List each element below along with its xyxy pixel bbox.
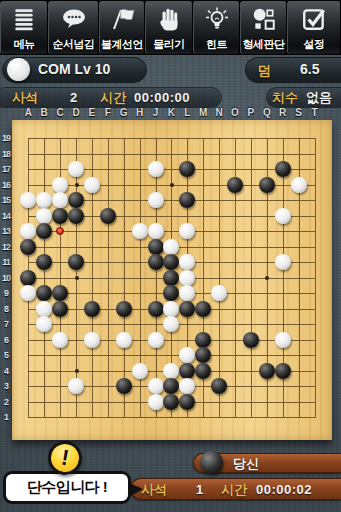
stone-black	[259, 177, 275, 193]
stone-white	[179, 270, 195, 286]
stone-black	[163, 254, 179, 270]
col-label-H: H	[133, 107, 147, 118]
hint-button[interactable]: 힌트	[193, 1, 240, 54]
player-captures-value: 1	[196, 483, 203, 496]
speech-bubble-tail	[129, 483, 143, 497]
estimate-shapes-icon	[241, 4, 286, 34]
stone-white	[179, 254, 195, 270]
grid-line-h	[28, 417, 315, 418]
black-stone-icon	[200, 451, 223, 474]
row-label-11: 11	[0, 257, 12, 267]
stone-white	[163, 316, 179, 332]
stone-black	[275, 363, 291, 379]
stone-black	[68, 208, 84, 224]
stone-white	[148, 161, 164, 177]
pass-button[interactable]: 순서넘김	[48, 1, 99, 54]
settings-check-icon	[288, 4, 340, 34]
handicap-label: 치수	[272, 91, 298, 104]
stone-black	[116, 378, 132, 394]
row-label-10: 10	[0, 273, 12, 283]
player-time-value: 00:00:02	[256, 483, 312, 496]
menu-icon	[1, 4, 47, 34]
stone-black	[36, 285, 52, 301]
stone-white	[132, 223, 148, 239]
stone-white	[275, 208, 291, 224]
row-label-5: 5	[0, 350, 12, 360]
stone-black	[100, 208, 116, 224]
stone-white	[36, 301, 52, 317]
stone-black	[195, 363, 211, 379]
row-label-13: 13	[0, 226, 12, 236]
pass-bubble-icon	[49, 4, 98, 34]
go-game-app: 메뉴 순서넘김 불계선언	[0, 0, 341, 512]
row-label-7: 7	[0, 319, 12, 329]
stone-black	[163, 270, 179, 286]
undo-label: 물리기	[153, 37, 185, 54]
star-point	[265, 276, 269, 280]
settings-button[interactable]: 설정	[287, 1, 341, 54]
stone-white	[148, 223, 164, 239]
undo-button[interactable]: 물리기	[145, 1, 193, 54]
resign-label: 불계선언	[101, 37, 143, 54]
stone-white	[148, 378, 164, 394]
stone-black	[52, 285, 68, 301]
stone-white	[275, 332, 291, 348]
col-label-N: N	[212, 107, 226, 118]
stone-black	[227, 177, 243, 193]
resign-button[interactable]: 불계선언	[99, 1, 145, 54]
estimate-label: 형세판단	[243, 37, 285, 54]
col-label-P: P	[244, 107, 258, 118]
stone-black	[243, 332, 259, 348]
col-label-R: R	[276, 107, 290, 118]
stone-white	[20, 192, 36, 208]
stone-black	[148, 254, 164, 270]
col-label-G: G	[117, 107, 131, 118]
last-move-red-dot	[56, 227, 64, 235]
stone-white	[116, 332, 132, 348]
stone-black	[148, 301, 164, 317]
col-label-C: C	[53, 107, 67, 118]
hint-label: 힌트	[206, 37, 227, 54]
stone-black	[179, 192, 195, 208]
star-point	[75, 276, 79, 280]
stone-white	[179, 378, 195, 394]
row-label-2: 2	[0, 397, 12, 407]
komi-label: 덤	[258, 64, 271, 77]
stone-white	[52, 177, 68, 193]
atari-speech-bubble: 단수입니다 !	[3, 471, 131, 504]
opponent-time-label: 시간	[100, 91, 126, 104]
row-label-6: 6	[0, 335, 12, 345]
stone-black	[195, 332, 211, 348]
stone-white	[179, 285, 195, 301]
stone-black	[179, 301, 195, 317]
stone-black	[163, 285, 179, 301]
stone-black	[52, 208, 68, 224]
stone-white	[179, 347, 195, 363]
player-captures-label: 사석	[141, 483, 167, 496]
row-label-19: 19	[0, 133, 12, 143]
stone-white	[36, 192, 52, 208]
row-label-12: 12	[0, 242, 12, 252]
stone-white	[20, 223, 36, 239]
col-label-S: S	[292, 107, 306, 118]
stone-black	[68, 192, 84, 208]
stone-white	[148, 332, 164, 348]
stone-white	[84, 177, 100, 193]
row-label-4: 4	[0, 366, 12, 376]
player-time-label: 시간	[221, 483, 247, 496]
stone-white	[84, 332, 100, 348]
row-label-9: 9	[0, 288, 12, 298]
row-label-15: 15	[0, 195, 12, 205]
col-label-M: M	[196, 107, 210, 118]
row-label-8: 8	[0, 304, 12, 314]
col-label-K: K	[164, 107, 178, 118]
grid-line-v	[219, 138, 220, 418]
atari-message: 단수입니다 !	[27, 478, 108, 497]
grid-line-h	[28, 340, 315, 341]
stone-black	[179, 161, 195, 177]
stone-white	[52, 192, 68, 208]
stone-white	[291, 177, 307, 193]
stone-white	[68, 378, 84, 394]
stone-black	[211, 378, 227, 394]
stone-black	[36, 223, 52, 239]
stone-black	[52, 301, 68, 317]
stone-black	[195, 301, 211, 317]
stone-black	[20, 270, 36, 286]
stone-white	[163, 363, 179, 379]
stone-black	[116, 301, 132, 317]
undo-hand-icon	[146, 4, 192, 34]
estimate-button[interactable]: 형세판단	[240, 1, 287, 54]
pass-label: 순서넘김	[53, 37, 95, 54]
komi-value: 6.5	[300, 63, 319, 76]
opponent-time-value: 00:00:00	[134, 91, 190, 104]
toolbar: 메뉴 순서넘김 불계선언	[0, 0, 341, 55]
opponent-name: COM Lv 10	[38, 63, 110, 76]
col-label-A: A	[21, 107, 35, 118]
row-label-18: 18	[0, 149, 12, 159]
resign-flag-icon	[100, 4, 144, 34]
white-stone-icon	[7, 58, 30, 81]
stone-black	[259, 363, 275, 379]
col-label-Q: Q	[260, 107, 274, 118]
stone-white	[211, 285, 227, 301]
stone-white	[20, 285, 36, 301]
stone-black	[20, 239, 36, 255]
handicap-value: 없음	[306, 91, 332, 104]
star-point	[170, 183, 174, 187]
hint-bulb-icon	[194, 4, 239, 34]
stone-black	[84, 301, 100, 317]
star-point	[75, 369, 79, 373]
stone-white	[163, 239, 179, 255]
stone-white	[36, 208, 52, 224]
col-label-F: F	[101, 107, 115, 118]
stone-white	[36, 316, 52, 332]
stone-white	[52, 332, 68, 348]
stone-white	[68, 161, 84, 177]
menu-label: 메뉴	[14, 37, 35, 54]
stone-black	[148, 239, 164, 255]
row-label-16: 16	[0, 180, 12, 190]
go-board[interactable]	[12, 120, 332, 440]
opponent-captures-label: 사석	[12, 91, 38, 104]
menu-button[interactable]: 메뉴	[0, 1, 48, 54]
col-label-L: L	[180, 107, 194, 118]
opponent-captures-value: 2	[70, 91, 77, 104]
player-name: 당신	[233, 457, 259, 470]
stone-black	[275, 161, 291, 177]
col-label-D: D	[69, 107, 83, 118]
col-label-T: T	[308, 107, 322, 118]
stone-black	[195, 347, 211, 363]
stone-white	[275, 254, 291, 270]
stone-white	[163, 301, 179, 317]
star-point	[75, 183, 79, 187]
row-label-14: 14	[0, 211, 12, 221]
stone-black	[179, 394, 195, 410]
settings-label: 설정	[304, 37, 325, 54]
grid-line-v	[315, 138, 316, 418]
stone-black	[163, 394, 179, 410]
stone-black	[36, 254, 52, 270]
stone-black	[163, 378, 179, 394]
grid-line-h	[28, 355, 315, 356]
col-label-E: E	[85, 107, 99, 118]
stone-white	[132, 363, 148, 379]
col-label-O: O	[228, 107, 242, 118]
col-label-J: J	[149, 107, 163, 118]
row-label-1: 1	[0, 412, 12, 422]
stone-black	[68, 254, 84, 270]
stone-white	[148, 394, 164, 410]
stone-white	[148, 192, 164, 208]
stone-white	[179, 223, 195, 239]
grid-line-v	[251, 138, 252, 418]
col-label-B: B	[37, 107, 51, 118]
row-label-3: 3	[0, 381, 12, 391]
stone-black	[179, 363, 195, 379]
row-label-17: 17	[0, 164, 12, 174]
